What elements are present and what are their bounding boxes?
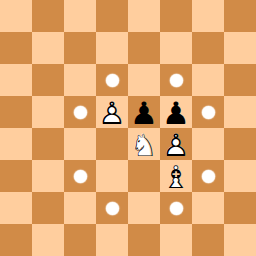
square-e5[interactable]: ♟ bbox=[128, 96, 160, 128]
square-a4[interactable] bbox=[0, 128, 32, 160]
white-pawn[interactable]: ♙ bbox=[96, 97, 128, 129]
square-h6[interactable] bbox=[224, 64, 256, 96]
square-a5[interactable] bbox=[0, 96, 32, 128]
square-c8[interactable] bbox=[64, 0, 96, 32]
square-b3[interactable] bbox=[32, 160, 64, 192]
square-b7[interactable] bbox=[32, 32, 64, 64]
square-f7[interactable] bbox=[160, 32, 192, 64]
square-g8[interactable] bbox=[192, 0, 224, 32]
square-c4[interactable] bbox=[64, 128, 96, 160]
square-e7[interactable] bbox=[128, 32, 160, 64]
square-f5[interactable]: ♟ bbox=[160, 96, 192, 128]
square-e1[interactable] bbox=[128, 224, 160, 256]
square-b2[interactable] bbox=[32, 192, 64, 224]
white-bishop-fill: ♝ bbox=[160, 161, 192, 193]
square-g1[interactable] bbox=[192, 224, 224, 256]
square-c2[interactable] bbox=[64, 192, 96, 224]
white-pawn[interactable]: ♙ bbox=[160, 129, 192, 161]
square-f8[interactable] bbox=[160, 0, 192, 32]
square-e6[interactable] bbox=[128, 64, 160, 96]
black-pawn[interactable]: ♟ bbox=[128, 97, 160, 129]
square-f2[interactable] bbox=[160, 192, 192, 224]
chess-board: ♟♙♟♟♞♘♟♙♝♗ bbox=[0, 0, 256, 256]
square-e4[interactable]: ♞♘ bbox=[128, 128, 160, 160]
square-d7[interactable] bbox=[96, 32, 128, 64]
square-h3[interactable] bbox=[224, 160, 256, 192]
move-hint-dot[interactable] bbox=[106, 202, 119, 215]
square-g2[interactable] bbox=[192, 192, 224, 224]
move-hint-dot[interactable] bbox=[106, 74, 119, 87]
square-f3[interactable]: ♝♗ bbox=[160, 160, 192, 192]
square-g4[interactable] bbox=[192, 128, 224, 160]
move-hint-dot[interactable] bbox=[74, 106, 87, 119]
square-d3[interactable] bbox=[96, 160, 128, 192]
square-d6[interactable] bbox=[96, 64, 128, 96]
square-b6[interactable] bbox=[32, 64, 64, 96]
square-h8[interactable] bbox=[224, 0, 256, 32]
square-a7[interactable] bbox=[0, 32, 32, 64]
move-hint-dot[interactable] bbox=[202, 170, 215, 183]
square-f1[interactable] bbox=[160, 224, 192, 256]
white-knight[interactable]: ♘ bbox=[128, 129, 160, 161]
square-b1[interactable] bbox=[32, 224, 64, 256]
square-d4[interactable] bbox=[96, 128, 128, 160]
square-b5[interactable] bbox=[32, 96, 64, 128]
move-hint-dot[interactable] bbox=[74, 170, 87, 183]
square-d1[interactable] bbox=[96, 224, 128, 256]
square-b8[interactable] bbox=[32, 0, 64, 32]
square-a6[interactable] bbox=[0, 64, 32, 96]
square-g5[interactable] bbox=[192, 96, 224, 128]
white-pawn-fill: ♟ bbox=[96, 97, 128, 129]
square-g7[interactable] bbox=[192, 32, 224, 64]
move-hint-dot[interactable] bbox=[170, 74, 183, 87]
square-c7[interactable] bbox=[64, 32, 96, 64]
square-a2[interactable] bbox=[0, 192, 32, 224]
square-h1[interactable] bbox=[224, 224, 256, 256]
square-g6[interactable] bbox=[192, 64, 224, 96]
square-h5[interactable] bbox=[224, 96, 256, 128]
square-h2[interactable] bbox=[224, 192, 256, 224]
square-c1[interactable] bbox=[64, 224, 96, 256]
square-b4[interactable] bbox=[32, 128, 64, 160]
move-hint-dot[interactable] bbox=[170, 202, 183, 215]
square-f4[interactable]: ♟♙ bbox=[160, 128, 192, 160]
move-hint-dot[interactable] bbox=[202, 106, 215, 119]
square-d2[interactable] bbox=[96, 192, 128, 224]
square-c6[interactable] bbox=[64, 64, 96, 96]
square-d8[interactable] bbox=[96, 0, 128, 32]
chess-board-wrapper: ♟♙♟♟♞♘♟♙♝♗ bbox=[0, 0, 256, 256]
white-bishop[interactable]: ♗ bbox=[160, 161, 192, 193]
square-a1[interactable] bbox=[0, 224, 32, 256]
square-h7[interactable] bbox=[224, 32, 256, 64]
square-d5[interactable]: ♟♙ bbox=[96, 96, 128, 128]
white-knight-fill: ♞ bbox=[128, 129, 160, 161]
square-g3[interactable] bbox=[192, 160, 224, 192]
square-a8[interactable] bbox=[0, 0, 32, 32]
white-pawn-fill: ♟ bbox=[160, 129, 192, 161]
square-e3[interactable] bbox=[128, 160, 160, 192]
black-pawn[interactable]: ♟ bbox=[160, 97, 192, 129]
square-h4[interactable] bbox=[224, 128, 256, 160]
square-c3[interactable] bbox=[64, 160, 96, 192]
square-c5[interactable] bbox=[64, 96, 96, 128]
square-e2[interactable] bbox=[128, 192, 160, 224]
square-f6[interactable] bbox=[160, 64, 192, 96]
square-e8[interactable] bbox=[128, 0, 160, 32]
square-a3[interactable] bbox=[0, 160, 32, 192]
